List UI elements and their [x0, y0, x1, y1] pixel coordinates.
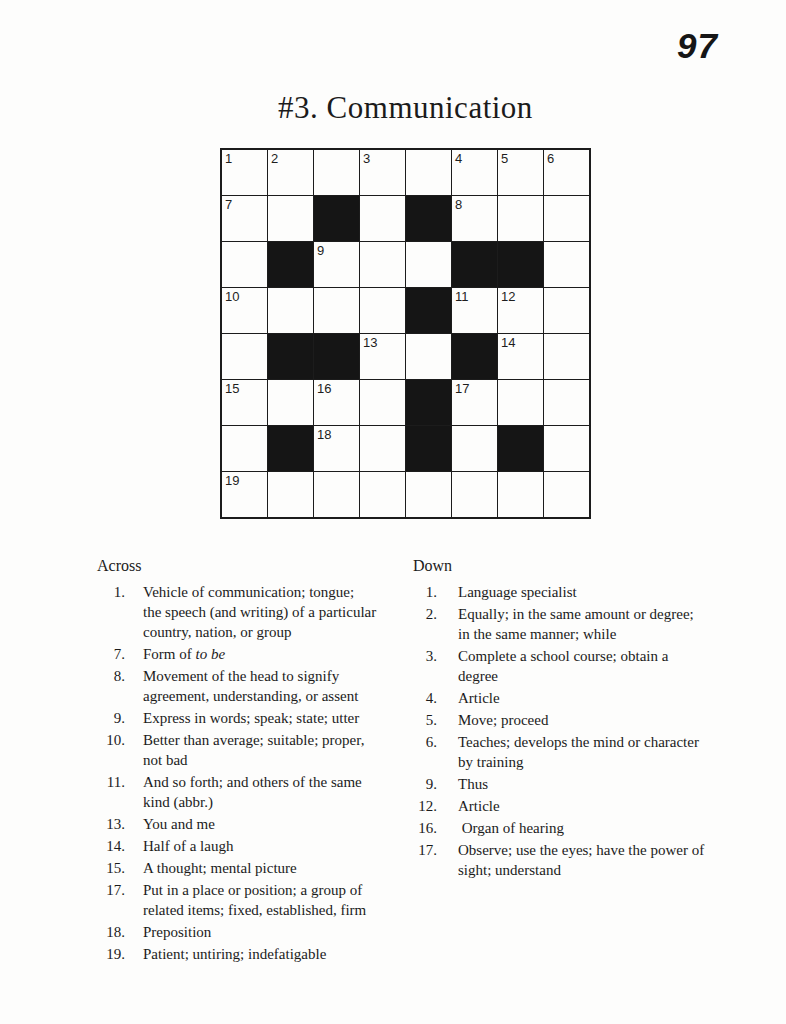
- grid-cell-r4c8[interactable]: [544, 288, 589, 333]
- clue-down-4: 4.Article: [413, 688, 743, 708]
- grid-cell-r6c8[interactable]: [544, 380, 589, 425]
- cell-number-8: 8: [455, 197, 462, 212]
- grid-cell-r1c4[interactable]: 3: [360, 150, 405, 195]
- grid-cell-r3c7-black: [498, 242, 543, 287]
- cell-number-15: 15: [225, 381, 239, 396]
- clue-text: Article: [458, 796, 743, 816]
- clue-number: 8.: [97, 666, 125, 706]
- cell-number-13: 13: [363, 335, 377, 350]
- down-clues-section: Down 1.Language specialist2.Equally; in …: [413, 556, 743, 882]
- grid-cell-r4c7[interactable]: 12: [498, 288, 543, 333]
- grid-cell-r6c7[interactable]: [498, 380, 543, 425]
- puzzle-title: #3. Communication: [220, 90, 591, 126]
- clue-number: 17.: [413, 840, 437, 880]
- clue-text: Thus: [458, 774, 743, 794]
- clue-text-line: related items; fixed, established, firm: [143, 900, 402, 920]
- grid-cell-r8c1[interactable]: 19: [222, 472, 267, 517]
- grid-cell-r5c2-black: [268, 334, 313, 379]
- clue-text-line: Patient; untiring; indefatigable: [143, 944, 402, 964]
- grid-cell-r4c2[interactable]: [268, 288, 313, 333]
- across-header: Across: [97, 556, 402, 576]
- clue-text-line: Complete a school course; obtain a: [458, 646, 743, 666]
- grid-cell-r3c4[interactable]: [360, 242, 405, 287]
- cell-number-19: 19: [225, 473, 239, 488]
- clue-text-line: Preposition: [143, 922, 402, 942]
- grid-cell-r3c3[interactable]: 9: [314, 242, 359, 287]
- cell-number-2: 2: [271, 151, 278, 166]
- grid-cell-r4c3[interactable]: [314, 288, 359, 333]
- grid-cell-r8c5[interactable]: [406, 472, 451, 517]
- grid-cell-r7c6[interactable]: [452, 426, 497, 471]
- clue-across-9: 9.Express in words; speak; state; utter: [97, 708, 402, 728]
- grid-cell-r1c2[interactable]: 2: [268, 150, 313, 195]
- clue-number: 2.: [413, 604, 437, 644]
- clue-across-7: 7.Form of to be: [97, 644, 402, 664]
- clue-number: 18.: [97, 922, 125, 942]
- clue-text-line: kind (abbr.): [143, 792, 402, 812]
- clue-text: Teaches; develops the mind or characterb…: [458, 732, 743, 772]
- clue-text-line: the speech (and writing) of a particular: [143, 602, 402, 622]
- clue-text-line: Form of to be: [143, 644, 402, 664]
- grid-cell-r2c1[interactable]: 7: [222, 196, 267, 241]
- clue-number: 17.: [97, 880, 125, 920]
- clue-number: 14.: [97, 836, 125, 856]
- clue-text-line: Half of a laugh: [143, 836, 402, 856]
- clue-down-5: 5.Move; proceed: [413, 710, 743, 730]
- clue-text-line: agreement, understanding, or assent: [143, 686, 402, 706]
- clue-number: 9.: [97, 708, 125, 728]
- grid-cell-r6c6[interactable]: 17: [452, 380, 497, 425]
- clue-across-15: 15.A thought; mental picture: [97, 858, 402, 878]
- clue-text: Move; proceed: [458, 710, 743, 730]
- clue-across-17: 17.Put in a place or position; a group o…: [97, 880, 402, 920]
- cell-number-11: 11: [455, 289, 469, 304]
- clue-text: Equally; in the same amount or degree;in…: [458, 604, 743, 644]
- clue-text-line: Equally; in the same amount or degree;: [458, 604, 743, 624]
- clue-text-line: You and me: [143, 814, 402, 834]
- grid-cell-r8c8[interactable]: [544, 472, 589, 517]
- clue-down-1: 1.Language specialist: [413, 582, 743, 602]
- grid-cell-r3c2-black: [268, 242, 313, 287]
- clue-text: Preposition: [143, 922, 402, 942]
- clue-text-line: Better than average; suitable; proper,: [143, 730, 402, 750]
- clue-text-line: Observe; use the eyes; have the power of: [458, 840, 743, 860]
- clue-number: 1.: [413, 582, 437, 602]
- clue-text-line: Movement of the head to signify: [143, 666, 402, 686]
- grid-cell-r4c4[interactable]: [360, 288, 405, 333]
- clue-text-line: Language specialist: [458, 582, 743, 602]
- clue-text-line: Express in words; speak; state; utter: [143, 708, 402, 728]
- grid-cell-r6c4[interactable]: [360, 380, 405, 425]
- clue-down-17: 17.Observe; use the eyes; have the power…: [413, 840, 743, 880]
- clue-number: 6.: [413, 732, 437, 772]
- grid-cell-r1c7[interactable]: 5: [498, 150, 543, 195]
- clue-down-6: 6.Teaches; develops the mind or characte…: [413, 732, 743, 772]
- clue-text-line: Teaches; develops the mind or character: [458, 732, 743, 752]
- clue-number: 3.: [413, 646, 437, 686]
- clue-across-11: 11.And so forth; and others of the samek…: [97, 772, 402, 812]
- clue-text: Patient; untiring; indefatigable: [143, 944, 402, 964]
- grid-cell-r5c7[interactable]: 14: [498, 334, 543, 379]
- clue-number: 15.: [97, 858, 125, 878]
- grid-cell-r3c1[interactable]: [222, 242, 267, 287]
- clue-number: 19.: [97, 944, 125, 964]
- clue-text: Put in a place or position; a group ofre…: [143, 880, 402, 920]
- grid-cell-r7c7-black: [498, 426, 543, 471]
- cell-number-17: 17: [455, 381, 469, 396]
- grid-cell-r7c1[interactable]: [222, 426, 267, 471]
- clue-text-line: by training: [458, 752, 743, 772]
- grid-cell-r5c4[interactable]: 13: [360, 334, 405, 379]
- clue-text-line: And so forth; and others of the same: [143, 772, 402, 792]
- clue-text: Article: [458, 688, 743, 708]
- clue-text-line: not bad: [143, 750, 402, 770]
- clue-number: 5.: [413, 710, 437, 730]
- clue-italic-text: to be: [196, 646, 226, 662]
- grid-cell-r5c6-black: [452, 334, 497, 379]
- clue-down-12: 12.Article: [413, 796, 743, 816]
- grid-cell-r6c5-black: [406, 380, 451, 425]
- clue-text: Movement of the head to signifyagreement…: [143, 666, 402, 706]
- cell-number-6: 6: [547, 151, 554, 166]
- clue-across-10: 10.Better than average; suitable; proper…: [97, 730, 402, 770]
- grid-cell-r5c5[interactable]: [406, 334, 451, 379]
- grid-cell-r7c2-black: [268, 426, 313, 471]
- clue-number: 1.: [97, 582, 125, 642]
- clue-text: Better than average; suitable; proper,no…: [143, 730, 402, 770]
- clue-number: 7.: [97, 644, 125, 664]
- cell-number-4: 4: [455, 151, 462, 166]
- clue-text: Express in words; speak; state; utter: [143, 708, 402, 728]
- clue-number: 12.: [413, 796, 437, 816]
- cell-number-12: 12: [501, 289, 515, 304]
- cell-number-18: 18: [317, 427, 331, 442]
- clue-text-line: Article: [458, 796, 743, 816]
- down-clue-list: 1.Language specialist2.Equally; in the s…: [413, 582, 743, 880]
- grid-cell-r7c4[interactable]: [360, 426, 405, 471]
- clue-number: 13.: [97, 814, 125, 834]
- grid-cell-r8c7[interactable]: [498, 472, 543, 517]
- across-clues-section: Across 1.Vehicle of communication; tongu…: [97, 556, 402, 966]
- grid-cell-r2c3-black: [314, 196, 359, 241]
- clue-text: Form of to be: [143, 644, 402, 664]
- cell-number-7: 7: [225, 197, 232, 212]
- grid-cell-r2c7[interactable]: [498, 196, 543, 241]
- grid-cell-r6c3[interactable]: 16: [314, 380, 359, 425]
- clue-across-1: 1.Vehicle of communication; tongue;the s…: [97, 582, 402, 642]
- clue-text: Observe; use the eyes; have the power of…: [458, 840, 743, 880]
- clue-text: And so forth; and others of the samekind…: [143, 772, 402, 812]
- clue-number: 10.: [97, 730, 125, 770]
- clue-number: 4.: [413, 688, 437, 708]
- clue-across-8: 8.Movement of the head to signifyagreeme…: [97, 666, 402, 706]
- clue-text-line: A thought; mental picture: [143, 858, 402, 878]
- grid-cell-r7c5-black: [406, 426, 451, 471]
- clue-text-line: degree: [458, 666, 743, 686]
- clue-text: Language specialist: [458, 582, 743, 602]
- clue-text: Half of a laugh: [143, 836, 402, 856]
- grid-cell-r4c6[interactable]: 11: [452, 288, 497, 333]
- grid-cell-r5c8[interactable]: [544, 334, 589, 379]
- grid-cell-r1c5[interactable]: [406, 150, 451, 195]
- clue-text-line: Organ of hearing: [458, 818, 743, 838]
- grid-cell-r8c4[interactable]: [360, 472, 405, 517]
- clue-number: 16.: [413, 818, 437, 838]
- grid-cell-r2c8[interactable]: [544, 196, 589, 241]
- clue-across-19: 19.Patient; untiring; indefatigable: [97, 944, 402, 964]
- clue-text: Organ of hearing: [458, 818, 743, 838]
- crossword-grid: 12345678910111213141516171819: [220, 148, 591, 519]
- grid-cell-r1c3[interactable]: [314, 150, 359, 195]
- clue-across-14: 14.Half of a laugh: [97, 836, 402, 856]
- grid-cell-r3c6-black: [452, 242, 497, 287]
- clue-text-line: in the same manner; while: [458, 624, 743, 644]
- grid-cell-r8c3[interactable]: [314, 472, 359, 517]
- clue-text-line: Thus: [458, 774, 743, 794]
- clue-text-line: country, nation, or group: [143, 622, 402, 642]
- clue-down-2: 2.Equally; in the same amount or degree;…: [413, 604, 743, 644]
- clue-text-line: Article: [458, 688, 743, 708]
- clue-number: 11.: [97, 772, 125, 812]
- grid-cell-r7c3[interactable]: 18: [314, 426, 359, 471]
- cell-number-16: 16: [317, 381, 331, 396]
- grid-cell-r3c8[interactable]: [544, 242, 589, 287]
- across-clue-list: 1.Vehicle of communication; tongue;the s…: [97, 582, 402, 964]
- grid-cell-r5c1[interactable]: [222, 334, 267, 379]
- grid-cell-r4c1[interactable]: 10: [222, 288, 267, 333]
- grid-cell-r2c2[interactable]: [268, 196, 313, 241]
- clue-across-18: 18.Preposition: [97, 922, 402, 942]
- book-page: 97 #3. Communication 1234567891011121314…: [0, 0, 786, 1024]
- cell-number-5: 5: [501, 151, 508, 166]
- clue-down-9: 9.Thus: [413, 774, 743, 794]
- grid-cell-r7c8[interactable]: [544, 426, 589, 471]
- grid-cell-r5c3-black: [314, 334, 359, 379]
- grid-cell-r6c2[interactable]: [268, 380, 313, 425]
- grid-cell-r8c6[interactable]: [452, 472, 497, 517]
- grid-cell-r1c8[interactable]: 6: [544, 150, 589, 195]
- grid-cell-r2c6[interactable]: 8: [452, 196, 497, 241]
- cell-number-1: 1: [225, 151, 232, 166]
- grid-cell-r3c5[interactable]: [406, 242, 451, 287]
- grid-cell-r2c5-black: [406, 196, 451, 241]
- clue-text-line: sight; understand: [458, 860, 743, 880]
- grid-cell-r2c4[interactable]: [360, 196, 405, 241]
- cell-number-9: 9: [317, 243, 324, 258]
- clue-text: A thought; mental picture: [143, 858, 402, 878]
- grid-cell-r1c1[interactable]: 1: [222, 150, 267, 195]
- clue-down-3: 3.Complete a school course; obtain adegr…: [413, 646, 743, 686]
- clue-number: 9.: [413, 774, 437, 794]
- clue-text-line: Put in a place or position; a group of: [143, 880, 402, 900]
- cell-number-14: 14: [501, 335, 515, 350]
- clue-text: You and me: [143, 814, 402, 834]
- grid-cell-r4c5-black: [406, 288, 451, 333]
- down-header: Down: [413, 556, 743, 576]
- grid-cell-r6c1[interactable]: 15: [222, 380, 267, 425]
- grid-cell-r1c6[interactable]: 4: [452, 150, 497, 195]
- clue-text: Vehicle of communication; tongue;the spe…: [143, 582, 402, 642]
- cell-number-3: 3: [363, 151, 370, 166]
- clue-text-line: Move; proceed: [458, 710, 743, 730]
- grid-cell-r8c2[interactable]: [268, 472, 313, 517]
- clue-across-13: 13.You and me: [97, 814, 402, 834]
- clue-down-16: 16. Organ of hearing: [413, 818, 743, 838]
- cell-number-10: 10: [225, 289, 239, 304]
- clue-text-line: Vehicle of communication; tongue;: [143, 582, 402, 602]
- clue-text: Complete a school course; obtain adegree: [458, 646, 743, 686]
- page-number: 97: [677, 26, 718, 66]
